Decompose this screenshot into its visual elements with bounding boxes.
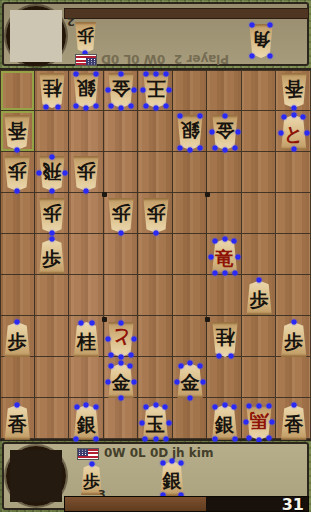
piece-kanji: 歩 bbox=[3, 326, 31, 356]
move-hint-dot bbox=[74, 405, 79, 410]
move-hint-dot bbox=[232, 437, 237, 442]
shogi-piece-pawn-gote[interactable]: 歩 bbox=[72, 156, 100, 191]
top-hand-bishop[interactable]: 角 bbox=[248, 24, 274, 58]
move-hint-dot bbox=[188, 361, 193, 366]
shogi-piece-pawn-gote[interactable]: 歩 bbox=[38, 198, 66, 233]
bottom-hand-silver[interactable]: 銀 bbox=[159, 461, 185, 496]
shogi-piece-silver-sente[interactable]: 銀 bbox=[211, 405, 239, 440]
move-hint-dot bbox=[217, 354, 222, 359]
move-hint-dot bbox=[188, 395, 193, 400]
move-hint-dot bbox=[212, 437, 217, 442]
board-cell[interactable] bbox=[207, 357, 242, 398]
move-hint-dot bbox=[268, 22, 273, 27]
move-hint-dot bbox=[128, 363, 133, 368]
move-hint-dot bbox=[118, 354, 123, 359]
move-hint-dot bbox=[140, 420, 145, 425]
person-icon bbox=[10, 450, 62, 502]
move-hint-dot bbox=[197, 145, 202, 150]
person-icon bbox=[10, 10, 62, 62]
hoshi-point bbox=[102, 192, 107, 197]
shogi-piece-knight-gote[interactable]: 桂 bbox=[211, 322, 239, 357]
piece-kanji: 香 bbox=[3, 116, 31, 146]
move-hint-dot bbox=[163, 405, 168, 410]
board-cell[interactable] bbox=[138, 152, 173, 193]
time-bar-fill bbox=[65, 497, 206, 511]
board-cell[interactable] bbox=[242, 316, 277, 357]
board-cell[interactable] bbox=[69, 193, 104, 234]
shogi-piece-lance-gote[interactable]: 香 bbox=[3, 115, 31, 150]
board-cell[interactable] bbox=[138, 357, 173, 398]
board-cell[interactable] bbox=[0, 357, 35, 398]
board-cell[interactable] bbox=[276, 193, 311, 234]
board-cell[interactable] bbox=[104, 275, 139, 316]
board-cell[interactable] bbox=[242, 152, 277, 193]
shogi-piece-pawn-sente[interactable]: 歩 bbox=[280, 322, 308, 357]
move-hint-dot bbox=[143, 405, 148, 410]
move-hint-dot bbox=[222, 402, 227, 407]
move-hint-dot bbox=[49, 237, 54, 242]
move-hint-dot bbox=[213, 239, 218, 244]
bottom-player-time-bar: 31 bbox=[64, 496, 309, 512]
piece-kanji: 歩 bbox=[38, 243, 66, 273]
bottom-player-panel: 0W 0L 0D jh kim 歩 3 銀 31 bbox=[2, 442, 309, 510]
top-player-time-bar bbox=[64, 8, 309, 19]
move-hint-dot bbox=[128, 352, 133, 357]
board-cell[interactable] bbox=[173, 152, 208, 193]
piece-kanji: 飛 bbox=[38, 157, 66, 187]
shogi-piece-king-gote[interactable]: 王 bbox=[142, 73, 170, 108]
move-hint-dot bbox=[15, 402, 20, 407]
shogi-piece-king-sente[interactable]: 玉 bbox=[142, 405, 170, 440]
shogi-piece-lance-sente[interactable]: 香 bbox=[280, 405, 308, 440]
shogi-piece-tokin-gote[interactable]: と bbox=[107, 322, 135, 357]
board-cell[interactable] bbox=[173, 398, 208, 439]
shogi-piece-lance-gote[interactable]: 香 bbox=[280, 73, 308, 108]
move-hint-dot bbox=[197, 363, 202, 368]
board-cell[interactable] bbox=[104, 398, 139, 439]
board-cell[interactable] bbox=[138, 234, 173, 275]
move-hint-dot bbox=[247, 403, 252, 408]
piece-kanji: 銀 bbox=[159, 465, 185, 495]
shogi-piece-gold-sente[interactable]: 金 bbox=[176, 363, 204, 398]
move-hint-dot bbox=[228, 354, 233, 359]
move-hint-dot bbox=[232, 239, 237, 244]
move-hint-dot bbox=[15, 147, 20, 152]
piece-kanji: 歩 bbox=[74, 22, 97, 49]
board-cell[interactable] bbox=[35, 398, 70, 439]
move-hint-dot bbox=[118, 361, 123, 366]
top-player-panel: 歩 2 角 0W 0L 0D Player 2 bbox=[2, 2, 309, 66]
piece-kanji: 角 bbox=[248, 25, 274, 54]
move-hint-dot bbox=[118, 71, 123, 76]
board-cell[interactable] bbox=[104, 152, 139, 193]
move-hint-dot bbox=[132, 379, 137, 384]
board-cell[interactable] bbox=[104, 234, 139, 275]
hoshi-point bbox=[205, 192, 210, 197]
piece-kanji: 王 bbox=[142, 74, 170, 104]
move-hint-dot bbox=[201, 379, 206, 384]
move-hint-dot bbox=[244, 419, 249, 424]
shogi-piece-gold-gote[interactable]: 金 bbox=[107, 73, 135, 108]
move-hint-dot bbox=[143, 103, 148, 108]
shogi-board: 桂銀金王香香銀金と歩飛歩歩歩歩歩竜歩歩桂と桂歩金金香銀玉銀馬香 bbox=[0, 68, 311, 441]
piece-kanji: 香 bbox=[280, 409, 308, 439]
us-flag-icon bbox=[77, 448, 99, 460]
top-player-record: 0W 0L 0D bbox=[101, 52, 165, 66]
us-flag-icon bbox=[75, 54, 97, 66]
move-hint-dot bbox=[266, 435, 271, 440]
board-cell[interactable] bbox=[242, 70, 277, 111]
move-hint-dot bbox=[178, 145, 183, 150]
move-hint-dot bbox=[74, 437, 79, 442]
board-cell[interactable] bbox=[173, 193, 208, 234]
move-hint-dot bbox=[105, 379, 110, 384]
move-hint-dot bbox=[49, 230, 54, 235]
move-hint-dot bbox=[105, 88, 110, 93]
board-cell[interactable] bbox=[173, 70, 208, 111]
shogi-piece-silver-sente[interactable]: 銀 bbox=[159, 461, 185, 496]
board-cell[interactable] bbox=[35, 357, 70, 398]
shogi-piece-knight-gote[interactable]: 桂 bbox=[38, 73, 66, 108]
board-cell[interactable] bbox=[0, 275, 35, 316]
board-cell[interactable] bbox=[276, 234, 311, 275]
piece-kanji: 銀 bbox=[72, 409, 100, 439]
board-cell[interactable] bbox=[173, 234, 208, 275]
board-cell[interactable] bbox=[104, 111, 139, 152]
move-hint-dot bbox=[301, 115, 306, 120]
move-hint-dot bbox=[118, 106, 123, 111]
move-hint-dot bbox=[63, 170, 68, 175]
move-hint-dot bbox=[291, 146, 296, 151]
move-hint-dot bbox=[93, 103, 98, 108]
board-cell[interactable] bbox=[69, 234, 104, 275]
move-hint-dot bbox=[84, 402, 89, 407]
board-cell[interactable] bbox=[242, 193, 277, 234]
move-hint-dot bbox=[177, 113, 182, 118]
move-hint-dot bbox=[161, 461, 166, 466]
board-cell-highlighted[interactable] bbox=[0, 70, 35, 111]
move-hint-dot bbox=[178, 363, 183, 368]
shogi-piece-tokin-sente[interactable]: と bbox=[280, 115, 308, 150]
move-hint-dot bbox=[74, 103, 79, 108]
move-hint-dot bbox=[235, 129, 240, 134]
move-hint-dot bbox=[198, 113, 203, 118]
move-hint-dot bbox=[222, 147, 227, 152]
shogi-piece-bishop-gote[interactable]: 角 bbox=[248, 24, 274, 58]
piece-kanji: 歩 bbox=[142, 199, 170, 229]
move-hint-dot bbox=[232, 405, 237, 410]
board-cell[interactable] bbox=[138, 275, 173, 316]
move-hint-dot bbox=[291, 106, 296, 111]
piece-kanji: 歩 bbox=[72, 157, 100, 187]
bottom-player-name: jh kim bbox=[172, 446, 213, 460]
move-hint-dot bbox=[132, 88, 137, 93]
shogi-piece-horse-gote[interactable]: 馬 bbox=[245, 405, 273, 440]
shogi-piece-gold-sente[interactable]: 金 bbox=[107, 363, 135, 398]
top-player-name: Player 2 bbox=[174, 52, 229, 66]
move-hint-dot bbox=[153, 71, 158, 76]
move-hint-dot bbox=[118, 395, 123, 400]
move-hint-dot bbox=[153, 402, 158, 407]
board-cell[interactable] bbox=[242, 234, 277, 275]
move-hint-dot bbox=[153, 230, 158, 235]
move-hint-dot bbox=[15, 319, 20, 324]
move-hint-dot bbox=[174, 379, 179, 384]
board-cell[interactable] bbox=[35, 111, 70, 152]
shogi-piece-pawn-gote[interactable]: 歩 bbox=[107, 198, 135, 233]
piece-kanji: 銀 bbox=[211, 409, 239, 439]
board-cell[interactable] bbox=[173, 316, 208, 357]
board-cell[interactable] bbox=[138, 111, 173, 152]
move-hint-dot bbox=[55, 105, 60, 110]
move-hint-dot bbox=[267, 403, 272, 408]
move-hint-dot bbox=[222, 113, 227, 118]
board-cell[interactable] bbox=[35, 275, 70, 316]
move-hint-dot bbox=[257, 403, 262, 408]
bottom-player-record: 0W 0L 0D bbox=[104, 446, 168, 460]
move-hint-dot bbox=[49, 154, 54, 159]
board-cell[interactable] bbox=[69, 275, 104, 316]
move-hint-dot bbox=[291, 112, 296, 117]
move-hint-dot bbox=[105, 336, 110, 341]
move-hint-dot bbox=[222, 237, 227, 242]
board-cell[interactable] bbox=[276, 357, 311, 398]
piece-kanji: 歩 bbox=[107, 199, 135, 229]
shogi-piece-pawn-gote[interactable]: 歩 bbox=[3, 156, 31, 191]
move-hint-dot bbox=[212, 271, 217, 276]
board-cell[interactable] bbox=[0, 193, 35, 234]
piece-kanji: 銀 bbox=[176, 116, 204, 146]
board-cell[interactable] bbox=[69, 111, 104, 152]
move-hint-dot bbox=[128, 103, 133, 108]
move-hint-dot bbox=[163, 103, 168, 108]
move-hint-dot bbox=[291, 402, 296, 407]
board-cell[interactable] bbox=[207, 275, 242, 316]
move-hint-dot bbox=[163, 437, 168, 442]
board-cell[interactable] bbox=[207, 152, 242, 193]
shogi-piece-pawn-gote[interactable]: 歩 bbox=[142, 198, 170, 233]
shogi-piece-rook-gote[interactable]: 飛 bbox=[38, 156, 66, 191]
move-hint-dot bbox=[232, 145, 237, 150]
move-hint-dot bbox=[109, 363, 114, 368]
board-cell[interactable] bbox=[207, 70, 242, 111]
move-hint-dot bbox=[209, 255, 214, 260]
shogi-piece-lance-sente[interactable]: 香 bbox=[3, 405, 31, 440]
shogi-piece-knight-sente[interactable]: 桂 bbox=[72, 322, 100, 357]
move-hint-dot bbox=[267, 53, 272, 58]
shogi-piece-gold-gote[interactable]: 金 bbox=[211, 115, 239, 150]
move-hint-dot bbox=[36, 170, 41, 175]
move-hint-dot bbox=[250, 53, 255, 58]
shogi-piece-pawn-sente[interactable]: 歩 bbox=[3, 322, 31, 357]
board-cell[interactable] bbox=[242, 357, 277, 398]
move-hint-dot bbox=[291, 319, 296, 324]
board-cell[interactable] bbox=[69, 357, 104, 398]
board-cell[interactable] bbox=[207, 193, 242, 234]
move-hint-dot bbox=[89, 462, 94, 467]
board-cell[interactable] bbox=[242, 111, 277, 152]
hoshi-point bbox=[102, 317, 107, 322]
move-hint-dot bbox=[304, 130, 309, 135]
piece-kanji: 歩 bbox=[280, 326, 308, 356]
move-hint-dot bbox=[222, 271, 227, 276]
move-hint-dot bbox=[170, 459, 175, 464]
move-hint-dot bbox=[232, 271, 237, 276]
piece-kanji: 香 bbox=[280, 74, 308, 104]
piece-kanji: 桂 bbox=[72, 326, 100, 356]
piece-kanji: 桂 bbox=[38, 74, 66, 104]
move-hint-dot bbox=[109, 352, 114, 357]
board-cell[interactable] bbox=[276, 152, 311, 193]
piece-kanji: 香 bbox=[3, 409, 31, 439]
move-hint-dot bbox=[143, 71, 148, 76]
move-hint-dot bbox=[89, 320, 94, 325]
move-hint-dot bbox=[235, 255, 240, 260]
shogi-piece-silver-gote[interactable]: 銀 bbox=[176, 115, 204, 150]
move-hint-dot bbox=[132, 336, 137, 341]
move-hint-dot bbox=[188, 147, 193, 152]
board-cell[interactable] bbox=[276, 275, 311, 316]
shogi-piece-pawn-sente[interactable]: 歩 bbox=[245, 280, 273, 315]
move-hint-dot bbox=[143, 437, 148, 442]
move-hint-dot bbox=[247, 435, 252, 440]
piece-kanji: 桂 bbox=[211, 323, 239, 353]
move-hint-dot bbox=[94, 437, 99, 442]
piece-kanji: 歩 bbox=[245, 284, 273, 314]
board-cell[interactable] bbox=[173, 275, 208, 316]
move-hint-dot bbox=[78, 320, 83, 325]
move-hint-dot bbox=[257, 278, 262, 283]
move-hint-dot bbox=[49, 189, 54, 194]
move-hint-dot bbox=[249, 22, 254, 27]
move-hint-dot bbox=[178, 461, 183, 466]
piece-kanji: 歩 bbox=[3, 157, 31, 187]
move-hint-dot bbox=[153, 437, 158, 442]
move-hint-dot bbox=[118, 230, 123, 235]
piece-kanji: 歩 bbox=[38, 199, 66, 229]
move-hint-dot bbox=[140, 88, 145, 93]
move-hint-dot bbox=[118, 320, 123, 325]
move-hint-dot bbox=[109, 103, 114, 108]
move-hint-dot bbox=[213, 145, 218, 150]
board-cell[interactable] bbox=[138, 316, 173, 357]
move-hint-dot bbox=[166, 88, 171, 93]
hoshi-point bbox=[205, 317, 210, 322]
app-background: 歩 2 角 0W 0L 0D Player 2 桂銀金王香香銀金と歩飛歩歩歩歩歩… bbox=[0, 0, 311, 512]
move-hint-dot bbox=[278, 130, 283, 135]
move-hint-dot bbox=[209, 129, 214, 134]
piece-kanji: 金 bbox=[211, 116, 239, 146]
move-hint-dot bbox=[213, 405, 218, 410]
board-cell[interactable] bbox=[0, 234, 35, 275]
shogi-piece-pawn-sente[interactable]: 歩 bbox=[38, 239, 66, 274]
shogi-piece-pawn-gote[interactable]: 歩 bbox=[74, 22, 97, 53]
shogi-piece-silver-gote[interactable]: 銀 bbox=[72, 73, 100, 108]
shogi-piece-dragon-sente[interactable]: 竜 bbox=[211, 239, 239, 274]
top-hand-pawn-count: 2 bbox=[67, 15, 75, 28]
move-hint-dot bbox=[163, 71, 168, 76]
move-hint-dot bbox=[93, 405, 98, 410]
move-hint-dot bbox=[270, 419, 275, 424]
move-hint-dot bbox=[44, 105, 49, 110]
move-hint-dot bbox=[153, 106, 158, 111]
move-hint-dot bbox=[282, 115, 287, 120]
bottom-player-avatar[interactable] bbox=[6, 446, 66, 506]
board-cell[interactable] bbox=[35, 316, 70, 357]
top-player-avatar[interactable] bbox=[6, 6, 66, 66]
move-counter: 31 bbox=[282, 495, 304, 512]
shogi-piece-silver-sente[interactable]: 銀 bbox=[72, 405, 100, 440]
top-hand-pawn[interactable]: 歩 bbox=[74, 22, 97, 53]
piece-kanji: 銀 bbox=[72, 74, 100, 104]
move-hint-dot bbox=[166, 420, 171, 425]
